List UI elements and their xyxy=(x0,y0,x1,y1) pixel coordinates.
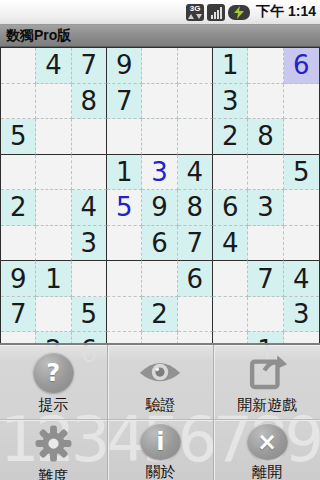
cell-r5c7[interactable]: 6 xyxy=(213,190,248,226)
app-screen: 3G 下午 1:14 数獨Pro版 4791687352813452459863… xyxy=(0,0,320,480)
cell-r5c4[interactable]: 5 xyxy=(107,190,142,226)
cell-r7c7[interactable] xyxy=(213,261,248,297)
menu-label: 開新遊戲 xyxy=(237,397,297,413)
cell-r7c5[interactable] xyxy=(142,261,177,297)
cell-r3c8[interactable]: 8 xyxy=(248,119,283,155)
cell-r6c9[interactable] xyxy=(284,226,319,262)
cell-r8c9[interactable]: 3 xyxy=(284,297,319,333)
cell-r2c6[interactable] xyxy=(178,84,213,120)
cell-r7c4[interactable] xyxy=(107,261,142,297)
menu-item-hint[interactable]: ? 提示 xyxy=(0,345,107,419)
cell-r2c7[interactable]: 3 xyxy=(213,84,248,120)
cell-r4c9[interactable]: 5 xyxy=(284,155,319,191)
cell-r1c5[interactable] xyxy=(142,48,177,84)
cell-r8c5[interactable]: 2 xyxy=(142,297,177,333)
exit-icon: × xyxy=(247,423,288,460)
cell-r7c8[interactable]: 7 xyxy=(248,261,283,297)
app-title: 数獨Pro版 xyxy=(6,27,71,45)
cell-r6c3[interactable]: 3 xyxy=(72,226,107,262)
cell-r3c4[interactable] xyxy=(107,119,142,155)
cell-r6c6[interactable]: 7 xyxy=(178,226,213,262)
cell-r1c3[interactable]: 7 xyxy=(72,48,107,84)
eye-icon xyxy=(137,352,183,393)
cell-r8c8[interactable] xyxy=(248,297,283,333)
options-menu: 123456789261 ? 提示 驗證 xyxy=(0,343,320,480)
cell-r4c4[interactable]: 1 xyxy=(107,155,142,191)
title-bar: 数獨Pro版 xyxy=(0,25,320,47)
cell-r6c4[interactable] xyxy=(107,226,142,262)
cell-r2c8[interactable] xyxy=(248,84,283,120)
cell-r3c3[interactable] xyxy=(72,119,107,155)
menu-item-verify[interactable]: 驗證 xyxy=(107,345,214,419)
help-icon: ? xyxy=(33,352,74,393)
cell-r7c9[interactable]: 4 xyxy=(284,261,319,297)
cell-r6c7[interactable]: 4 xyxy=(213,226,248,262)
cell-r7c6[interactable]: 6 xyxy=(178,261,213,297)
menu-item-about[interactable]: i 關於 xyxy=(107,419,214,480)
info-icon: i xyxy=(140,423,181,460)
cell-r5c5[interactable]: 9 xyxy=(142,190,177,226)
cell-r5c1[interactable]: 2 xyxy=(1,190,36,226)
cell-r8c4[interactable] xyxy=(107,297,142,333)
menu-label: 驗證 xyxy=(145,397,175,413)
cell-r3c9[interactable] xyxy=(284,119,319,155)
cell-r4c7[interactable] xyxy=(213,155,248,191)
cell-r6c1[interactable] xyxy=(1,226,36,262)
status-bar: 3G 下午 1:14 xyxy=(0,0,320,25)
cell-r5c9[interactable] xyxy=(284,190,319,226)
cell-r3c6[interactable] xyxy=(178,119,213,155)
menu-label: 關於 xyxy=(145,464,175,480)
new-game-icon xyxy=(244,352,290,393)
cell-r1c6[interactable] xyxy=(178,48,213,84)
cell-r3c5[interactable] xyxy=(142,119,177,155)
menu-label: 提示 xyxy=(38,397,68,413)
cell-r1c9[interactable]: 6 xyxy=(284,48,319,84)
cell-r7c1[interactable]: 9 xyxy=(1,261,36,297)
menu-item-exit[interactable]: × 離開 xyxy=(213,419,320,480)
cell-r4c6[interactable]: 4 xyxy=(178,155,213,191)
menu-label: 難度 xyxy=(38,468,68,480)
cell-r6c5[interactable]: 6 xyxy=(142,226,177,262)
cell-r1c1[interactable] xyxy=(1,48,36,84)
cell-r6c8[interactable] xyxy=(248,226,283,262)
options-menu-grid: ? 提示 驗證 xyxy=(0,345,320,480)
cell-r2c5[interactable] xyxy=(142,84,177,120)
cell-r3c7[interactable]: 2 xyxy=(213,119,248,155)
cell-r8c7[interactable] xyxy=(213,297,248,333)
cell-r1c2[interactable]: 4 xyxy=(36,48,71,84)
status-time: 下午 1:14 xyxy=(256,3,316,21)
cell-r4c8[interactable] xyxy=(248,155,283,191)
cell-r8c1[interactable]: 7 xyxy=(1,297,36,333)
signal-strength-icon xyxy=(207,4,225,21)
cell-r1c8[interactable] xyxy=(248,48,283,84)
cell-r8c6[interactable] xyxy=(178,297,213,333)
gear-icon xyxy=(30,423,76,464)
battery-charging-icon xyxy=(228,5,250,20)
cell-r1c4[interactable]: 9 xyxy=(107,48,142,84)
cell-r6c2[interactable] xyxy=(36,226,71,262)
cell-r3c1[interactable]: 5 xyxy=(1,119,36,155)
cell-r8c3[interactable]: 5 xyxy=(72,297,107,333)
cell-r5c8[interactable]: 3 xyxy=(248,190,283,226)
cell-r5c2[interactable] xyxy=(36,190,71,226)
cell-r5c3[interactable]: 4 xyxy=(72,190,107,226)
cell-r7c3[interactable] xyxy=(72,261,107,297)
menu-item-difficulty[interactable]: 難度 xyxy=(0,419,107,480)
cell-r3c2[interactable] xyxy=(36,119,71,155)
cell-r4c1[interactable] xyxy=(1,155,36,191)
cell-r7c2[interactable]: 1 xyxy=(36,261,71,297)
sudoku-board: 47916873528134524598633674916747523261 xyxy=(0,47,320,369)
cell-r5c6[interactable]: 8 xyxy=(178,190,213,226)
cell-r2c3[interactable]: 8 xyxy=(72,84,107,120)
menu-label: 離開 xyxy=(252,464,282,480)
cell-r8c2[interactable] xyxy=(36,297,71,333)
menu-item-new-game[interactable]: 開新遊戲 xyxy=(213,345,320,419)
cell-r4c5[interactable]: 3 xyxy=(142,155,177,191)
cell-r4c3[interactable] xyxy=(72,155,107,191)
cell-r4c2[interactable] xyxy=(36,155,71,191)
cell-r2c2[interactable] xyxy=(36,84,71,120)
network-3g-icon: 3G xyxy=(186,4,204,21)
lightning-bolt-icon xyxy=(234,6,244,19)
cell-r2c9[interactable] xyxy=(284,84,319,120)
cell-r1c7[interactable]: 1 xyxy=(213,48,248,84)
cell-r2c4[interactable]: 7 xyxy=(107,84,142,120)
cell-r2c1[interactable] xyxy=(1,84,36,120)
